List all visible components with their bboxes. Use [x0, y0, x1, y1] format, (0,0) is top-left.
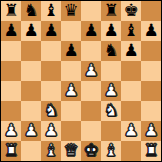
- square-f8[interactable]: ♜: [101, 1, 121, 21]
- square-e3[interactable]: [81, 101, 101, 121]
- square-d2[interactable]: [61, 121, 81, 141]
- square-a2[interactable]: ♟: [1, 121, 21, 141]
- square-g4[interactable]: [121, 81, 141, 101]
- square-f6[interactable]: ♞: [101, 41, 121, 61]
- square-b2[interactable]: ♟: [21, 121, 41, 141]
- square-e4[interactable]: [81, 81, 101, 101]
- piece-white-pawn: ♟: [103, 81, 118, 100]
- piece-black-pawn: ♟: [43, 21, 58, 40]
- piece-black-bishop: ♝: [123, 21, 138, 40]
- square-g2[interactable]: ♟: [121, 121, 141, 141]
- square-g3[interactable]: [121, 101, 141, 121]
- square-b1[interactable]: [21, 141, 41, 161]
- square-h1[interactable]: ♜: [141, 141, 161, 161]
- square-a3[interactable]: [1, 101, 21, 121]
- square-e1[interactable]: ♚: [81, 141, 101, 161]
- piece-white-bishop: ♝: [103, 141, 118, 160]
- piece-white-knight: ♞: [103, 101, 118, 120]
- piece-black-pawn: ♟: [3, 21, 18, 40]
- square-h8[interactable]: [141, 1, 161, 21]
- square-h5[interactable]: [141, 61, 161, 81]
- piece-white-knight: ♞: [43, 101, 58, 120]
- piece-white-rook: ♜: [3, 141, 18, 160]
- square-d6[interactable]: ♟: [61, 41, 81, 61]
- piece-black-rook: ♜: [3, 1, 18, 20]
- piece-black-king: ♚: [123, 1, 138, 20]
- square-e8[interactable]: [81, 1, 101, 21]
- piece-white-king: ♚: [83, 141, 98, 160]
- square-e7[interactable]: ♟: [81, 21, 101, 41]
- piece-white-rook: ♜: [143, 141, 158, 160]
- piece-white-bishop: ♝: [43, 141, 58, 160]
- square-f1[interactable]: ♝: [101, 141, 121, 161]
- square-h3[interactable]: [141, 101, 161, 121]
- square-h4[interactable]: [141, 81, 161, 101]
- square-h7[interactable]: ♟: [141, 21, 161, 41]
- piece-black-pawn: ♟: [103, 21, 118, 40]
- square-b8[interactable]: ♞: [21, 1, 41, 21]
- square-a5[interactable]: [1, 61, 21, 81]
- square-f4[interactable]: ♟: [101, 81, 121, 101]
- piece-white-queen: ♛: [63, 141, 78, 160]
- square-d7[interactable]: [61, 21, 81, 41]
- square-g6[interactable]: ♟: [121, 41, 141, 61]
- square-f5[interactable]: [101, 61, 121, 81]
- square-g5[interactable]: [121, 61, 141, 81]
- square-c5[interactable]: [41, 61, 61, 81]
- square-g8[interactable]: ♚: [121, 1, 141, 21]
- square-b4[interactable]: [21, 81, 41, 101]
- piece-black-pawn: ♟: [83, 21, 98, 40]
- square-f2[interactable]: [101, 121, 121, 141]
- piece-black-pawn: ♟: [123, 41, 138, 60]
- square-b6[interactable]: [21, 41, 41, 61]
- square-e5[interactable]: ♟: [81, 61, 101, 81]
- piece-black-rook: ♜: [103, 1, 118, 20]
- square-c1[interactable]: ♝: [41, 141, 61, 161]
- square-c6[interactable]: [41, 41, 61, 61]
- square-f3[interactable]: ♞: [101, 101, 121, 121]
- square-a1[interactable]: ♜: [1, 141, 21, 161]
- square-d3[interactable]: [61, 101, 81, 121]
- square-c4[interactable]: [41, 81, 61, 101]
- piece-black-pawn: ♟: [143, 21, 158, 40]
- piece-white-pawn: ♟: [3, 121, 18, 140]
- square-e2[interactable]: [81, 121, 101, 141]
- square-d4[interactable]: ♟: [61, 81, 81, 101]
- square-g7[interactable]: ♝: [121, 21, 141, 41]
- square-h6[interactable]: [141, 41, 161, 61]
- square-h2[interactable]: ♟: [141, 121, 161, 141]
- piece-white-pawn: ♟: [23, 121, 38, 140]
- piece-black-queen: ♛: [63, 1, 78, 20]
- piece-white-pawn: ♟: [43, 121, 58, 140]
- piece-white-pawn: ♟: [63, 81, 78, 100]
- piece-white-pawn: ♟: [123, 121, 138, 140]
- square-d8[interactable]: ♛: [61, 1, 81, 21]
- square-c7[interactable]: ♟: [41, 21, 61, 41]
- piece-white-pawn: ♟: [83, 61, 98, 80]
- piece-white-pawn: ♟: [143, 121, 158, 140]
- square-c2[interactable]: ♟: [41, 121, 61, 141]
- square-f7[interactable]: ♟: [101, 21, 121, 41]
- square-c3[interactable]: ♞: [41, 101, 61, 121]
- piece-black-pawn: ♟: [23, 21, 38, 40]
- square-g1[interactable]: [121, 141, 141, 161]
- square-d5[interactable]: [61, 61, 81, 81]
- square-d1[interactable]: ♛: [61, 141, 81, 161]
- square-c8[interactable]: ♝: [41, 1, 61, 21]
- piece-black-knight: ♞: [23, 1, 38, 20]
- square-e6[interactable]: [81, 41, 101, 61]
- square-b7[interactable]: ♟: [21, 21, 41, 41]
- square-a4[interactable]: [1, 81, 21, 101]
- square-a6[interactable]: [1, 41, 21, 61]
- square-b5[interactable]: [21, 61, 41, 81]
- chess-board: ♜♞♝♛♜♚♟♟♟♟♟♝♟♟♞♟♟♟♟♞♞♟♟♟♟♟♜♝♛♚♝♜: [0, 0, 162, 162]
- square-b3[interactable]: [21, 101, 41, 121]
- piece-black-pawn: ♟: [63, 41, 78, 60]
- square-a8[interactable]: ♜: [1, 1, 21, 21]
- piece-black-knight: ♞: [103, 41, 118, 60]
- square-a7[interactable]: ♟: [1, 21, 21, 41]
- piece-black-bishop: ♝: [43, 1, 58, 20]
